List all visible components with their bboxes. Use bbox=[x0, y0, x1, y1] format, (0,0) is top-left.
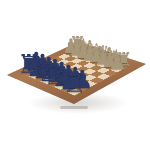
board-shadow-strip bbox=[60, 106, 88, 109]
board-grid bbox=[23, 48, 131, 96]
product-photo-stage: ♜♞♝♚♛♝♞♜♟♟♟♟♟♟♟♟♟♟♟♟♟♟♟♟♜♞♝♚♛♝♞♜ bbox=[0, 0, 150, 150]
